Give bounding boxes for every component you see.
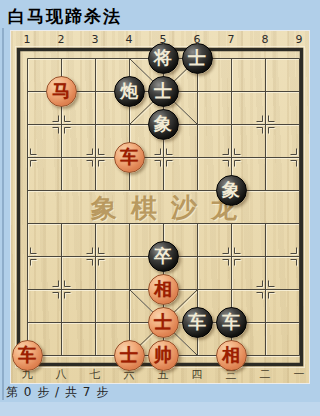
file-number-top-3: 3 <box>78 33 112 46</box>
file-number-bottom-8: 二 <box>248 367 282 382</box>
move-counter: 第 0 步 / 共 7 步 <box>6 384 109 401</box>
piece-red-elephant[interactable]: 相 <box>216 340 247 371</box>
piece-red-general[interactable]: 帅 <box>148 340 179 371</box>
file-number-top-1: 1 <box>10 33 44 46</box>
piece-red-elephant[interactable]: 相 <box>148 274 179 305</box>
piece-red-horse[interactable]: 马 <box>46 76 77 107</box>
file-number-top-4: 4 <box>112 33 146 46</box>
file-number-bottom-6: 四 <box>180 367 214 382</box>
puzzle-title: 白马现蹄杀法 <box>8 5 122 28</box>
piece-black-elephant[interactable]: 象 <box>148 109 179 140</box>
piece-black-elephant[interactable]: 象 <box>216 175 247 206</box>
piece-black-advisor[interactable]: 士 <box>148 76 179 107</box>
piece-black-soldier[interactable]: 卒 <box>148 241 179 272</box>
file-number-top-2: 2 <box>44 33 78 46</box>
piece-red-chariot[interactable]: 车 <box>114 142 145 173</box>
piece-black-general[interactable]: 将 <box>148 43 179 74</box>
piece-red-advisor[interactable]: 士 <box>114 340 145 371</box>
piece-red-chariot[interactable]: 车 <box>12 340 43 371</box>
piece-red-advisor[interactable]: 士 <box>148 307 179 338</box>
window-edge <box>2 28 4 400</box>
piece-black-chariot[interactable]: 车 <box>216 307 247 338</box>
piece-black-chariot[interactable]: 车 <box>182 307 213 338</box>
file-number-bottom-2: 八 <box>44 367 78 382</box>
xiangqi-board: 123456789 九八七六五四三二一 象棋沙龙 将士炮士象象卒车车马车相士车士… <box>10 30 310 384</box>
piece-black-cannon[interactable]: 炮 <box>114 76 145 107</box>
file-number-top-9: 9 <box>282 33 316 46</box>
file-number-bottom-9: 一 <box>282 367 316 382</box>
file-number-top-8: 8 <box>248 33 282 46</box>
piece-black-advisor[interactable]: 士 <box>182 43 213 74</box>
file-number-top-7: 7 <box>214 33 248 46</box>
file-number-bottom-3: 七 <box>78 367 112 382</box>
status-bar-band <box>0 402 320 416</box>
